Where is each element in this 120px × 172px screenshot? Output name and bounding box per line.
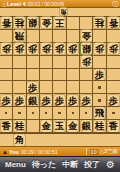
board-cell[interactable]: 歩 <box>67 94 80 107</box>
board-cell[interactable] <box>67 107 80 120</box>
board-cell[interactable]: 桂 <box>93 17 106 30</box>
board-cell[interactable] <box>53 81 66 94</box>
board-cell[interactable] <box>40 56 53 69</box>
board-cell[interactable] <box>27 69 40 82</box>
board-cell[interactable] <box>107 69 120 82</box>
board-cell[interactable]: 香 <box>107 120 120 133</box>
legal-move-dot <box>18 112 21 115</box>
shogi-piece[interactable]: 王 <box>54 17 65 29</box>
board-cell[interactable]: 歩 <box>53 94 66 107</box>
last-move-display: 10 △3三銀 <box>86 148 118 155</box>
suspend-button[interactable]: 中断 <box>62 159 78 170</box>
board-cell[interactable]: 銀 <box>80 43 93 56</box>
board-cell[interactable] <box>107 30 120 43</box>
board-cell[interactable] <box>93 94 106 107</box>
shogi-piece[interactable]: 歩 <box>27 82 38 94</box>
board-cell[interactable] <box>0 56 13 69</box>
shogi-piece[interactable]: 歩 <box>81 56 92 68</box>
shogi-piece[interactable]: 香 <box>108 17 119 29</box>
legal-move-dot <box>32 112 35 115</box>
shogi-piece[interactable]: 歩 <box>54 43 65 55</box>
board-cell[interactable]: 香 <box>107 17 120 30</box>
board-cell[interactable]: 銀 <box>27 17 40 30</box>
board-cell[interactable]: 歩 <box>53 43 66 56</box>
legal-move-dot <box>98 86 101 89</box>
board-cell[interactable] <box>13 69 26 82</box>
shogi-piece[interactable]: 金 <box>81 30 92 42</box>
board-cell[interactable] <box>40 69 53 82</box>
shogi-piece[interactable]: 歩 <box>81 95 92 107</box>
board-cell[interactable]: 金 <box>40 17 53 30</box>
board-cell[interactable] <box>27 107 40 120</box>
legal-move-dot <box>58 112 61 115</box>
board-cell[interactable] <box>13 56 26 69</box>
shogi-piece[interactable]: 飛 <box>14 30 25 42</box>
opponent-status-bar: △ Level 4 00:01 / 00:00:06 ⓘ <box>0 0 120 8</box>
shogi-piece[interactable]: 歩 <box>1 95 12 107</box>
board-cell[interactable] <box>80 81 93 94</box>
bottom-menu-bar: Menu 待った 中断 投了 ⚙ <box>0 156 120 172</box>
shogi-piece[interactable]: 歩 <box>14 43 25 55</box>
shogi-piece[interactable]: 銀 <box>81 120 92 132</box>
board-cell[interactable]: 歩 <box>27 81 40 94</box>
gote-turn-indicator: △ <box>2 1 6 7</box>
shogi-piece[interactable]: 歩 <box>14 95 25 107</box>
board-cell[interactable] <box>27 56 40 69</box>
legal-move-dot <box>112 112 115 115</box>
board-cell[interactable] <box>40 81 53 94</box>
board-cell[interactable]: 香 <box>0 17 13 30</box>
shogi-piece[interactable]: 香 <box>108 120 119 132</box>
board-cell[interactable] <box>13 81 26 94</box>
player-label: You <box>9 149 19 155</box>
shogi-piece[interactable]: 桂 <box>14 120 25 132</box>
board-cell[interactable] <box>107 81 120 94</box>
board-cell[interactable] <box>107 56 120 69</box>
board-cell[interactable] <box>93 30 106 43</box>
shogi-piece[interactable]: 歩 <box>1 43 12 55</box>
board-cell[interactable]: 歩 <box>0 94 13 107</box>
board-cell[interactable] <box>27 120 40 133</box>
board-cell[interactable]: 歩 <box>93 43 106 56</box>
board-cell[interactable] <box>0 30 13 43</box>
shogi-piece[interactable]: 銀 <box>81 43 92 55</box>
board-cell[interactable]: 王 <box>53 17 66 30</box>
opponent-clock: 00:01 / 00:00:06 <box>28 1 65 7</box>
board-cell[interactable]: 歩 <box>93 69 106 82</box>
board-cell[interactable] <box>53 30 66 43</box>
board-cell[interactable] <box>27 30 40 43</box>
resign-button[interactable]: 投了 <box>84 159 100 170</box>
sente-turn-indicator: ▲ <box>2 149 8 155</box>
board-cell[interactable]: 金 <box>67 120 80 133</box>
board-cell[interactable] <box>0 107 13 120</box>
board-cell[interactable]: 玉 <box>53 120 66 133</box>
legal-move-dot <box>5 112 8 115</box>
sente-captured-tray[interactable]: 角 <box>0 133 120 146</box>
board-cell[interactable]: 銀 <box>80 120 93 133</box>
last-move-notation: △3三銀 <box>100 148 118 155</box>
shogi-piece[interactable]: 歩 <box>54 95 65 107</box>
board-cell[interactable] <box>40 30 53 43</box>
board-cell[interactable]: 桂 <box>13 120 26 133</box>
board-cell[interactable] <box>0 69 13 82</box>
board-cell[interactable] <box>80 69 93 82</box>
board-cell[interactable] <box>67 17 80 30</box>
shogi-piece[interactable]: 歩 <box>108 95 119 107</box>
shogi-piece[interactable]: 香 <box>1 120 12 132</box>
board-cell[interactable] <box>53 56 66 69</box>
board-cell[interactable]: 歩 <box>80 94 93 107</box>
board-cell[interactable] <box>80 107 93 120</box>
legal-move-dot <box>72 112 75 115</box>
gote-captured-tray[interactable]: 角 <box>0 8 120 16</box>
shogi-piece[interactable]: 歩 <box>67 43 78 55</box>
board-cell[interactable] <box>80 17 93 30</box>
board-cell[interactable] <box>67 30 80 43</box>
player-status-bar: ▲ You 00:29 / 00:00:51 10 △3三銀 <box>0 146 120 156</box>
board-cell[interactable] <box>53 107 66 120</box>
shogi-board: 香桂銀金王桂香飛金歩歩歩歩歩歩銀歩歩歩歩歩歩歩銀歩歩歩歩歩飛香桂金玉金銀桂香 <box>0 16 120 133</box>
board-cell[interactable]: 飛 <box>13 30 26 43</box>
shogi-piece[interactable]: 歩 <box>41 95 52 107</box>
board-cell[interactable]: 歩 <box>40 94 53 107</box>
board-cell[interactable]: 歩 <box>27 43 40 56</box>
shogi-piece[interactable]: 歩 <box>94 69 105 81</box>
board-cell[interactable]: 歩 <box>0 43 13 56</box>
board-cell[interactable] <box>67 56 80 69</box>
undo-button[interactable]: 待った <box>32 159 56 170</box>
shogi-piece[interactable]: 歩 <box>27 43 38 55</box>
board-cell[interactable]: 歩 <box>107 43 120 56</box>
board-cell[interactable] <box>107 107 120 120</box>
board-cell[interactable]: 歩 <box>107 94 120 107</box>
board-cell[interactable]: 歩 <box>80 56 93 69</box>
shogi-piece[interactable]: 金 <box>41 17 52 29</box>
board-cell[interactable]: 歩 <box>67 43 80 56</box>
shogi-piece[interactable]: 歩 <box>94 43 105 55</box>
move-number: 10 <box>90 149 98 155</box>
board-cell[interactable]: 歩 <box>13 43 26 56</box>
board-cell[interactable]: 桂 <box>93 120 106 133</box>
board-cell[interactable]: 金 <box>40 120 53 133</box>
opponent-level-label: Level 4 <box>7 1 26 7</box>
legal-move-dot <box>98 99 101 102</box>
board-cell[interactable] <box>0 81 13 94</box>
board-cell[interactable] <box>67 69 80 82</box>
shogi-piece[interactable]: 歩 <box>108 43 119 55</box>
shogi-piece[interactable]: 玉 <box>54 120 65 132</box>
shogi-piece[interactable]: 飛 <box>94 107 105 119</box>
shogi-piece[interactable]: 銀 <box>27 95 38 107</box>
board-cell[interactable] <box>13 107 26 120</box>
shogi-piece[interactable]: 銀 <box>27 17 38 29</box>
board-cell[interactable] <box>53 69 66 82</box>
board-cell[interactable]: 桂 <box>13 17 26 30</box>
legal-move-dot <box>85 112 88 115</box>
shogi-app: △ Level 4 00:01 / 00:00:06 ⓘ 角 香桂銀金王桂香飛金… <box>0 0 120 172</box>
board-cell[interactable]: 金 <box>80 30 93 43</box>
shogi-piece[interactable]: 桂 <box>94 17 105 29</box>
player-clock: 00:29 / 00:00:51 <box>21 149 58 155</box>
board-cell[interactable]: 香 <box>0 120 13 133</box>
shogi-piece[interactable]: 桂 <box>94 120 105 132</box>
legal-move-dot <box>45 112 48 115</box>
board-cell[interactable] <box>40 107 53 120</box>
captured-piece[interactable]: 角 <box>14 134 25 146</box>
captured-piece[interactable]: 角 <box>60 8 67 16</box>
board-cell[interactable]: 歩 <box>40 43 53 56</box>
shogi-piece[interactable]: 金 <box>41 120 52 132</box>
info-icon[interactable]: ⓘ <box>112 1 118 7</box>
menu-button[interactable]: Menu <box>5 160 26 169</box>
board-cell[interactable] <box>93 56 106 69</box>
board-cell[interactable]: 歩 <box>13 94 26 107</box>
gear-icon[interactable]: ⚙ <box>106 160 115 170</box>
shogi-piece[interactable]: 歩 <box>41 43 52 55</box>
shogi-piece[interactable]: 桂 <box>14 17 25 29</box>
shogi-piece[interactable]: 金 <box>67 120 78 132</box>
shogi-piece[interactable]: 香 <box>1 17 12 29</box>
board-cell[interactable]: 飛 <box>93 107 106 120</box>
shogi-piece[interactable]: 歩 <box>67 95 78 107</box>
board-cell[interactable] <box>93 81 106 94</box>
board-cell[interactable] <box>67 81 80 94</box>
board-cell[interactable]: 銀 <box>27 94 40 107</box>
